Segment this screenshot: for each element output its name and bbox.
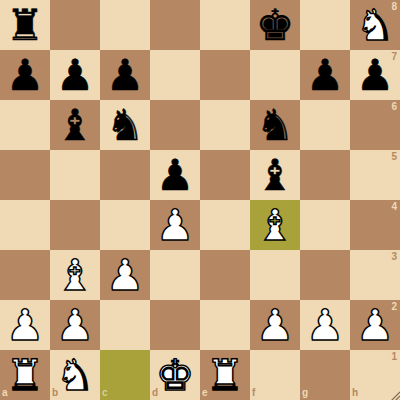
square-h6[interactable]: 6 (350, 100, 400, 150)
square-e6[interactable] (200, 100, 250, 150)
square-f1[interactable]: f (250, 350, 300, 400)
piece-black-pawn[interactable]: ♟ (150, 150, 200, 200)
square-c8[interactable] (100, 0, 150, 50)
square-h4[interactable]: 4 (350, 200, 400, 250)
square-d3[interactable] (150, 250, 200, 300)
piece-white-pawn[interactable]: ♟ (0, 300, 50, 350)
square-f2[interactable]: ♟ (250, 300, 300, 350)
square-c1[interactable]: c (100, 350, 150, 400)
square-h8[interactable]: ♞8 (350, 0, 400, 50)
square-h2[interactable]: ♟2 (350, 300, 400, 350)
rank-label-7: 7 (391, 52, 397, 62)
piece-black-pawn[interactable]: ♟ (300, 50, 350, 100)
rank-label-2: 2 (391, 302, 397, 312)
square-b8[interactable] (50, 0, 100, 50)
piece-black-knight[interactable]: ♞ (250, 100, 300, 150)
file-label-b: b (52, 388, 58, 398)
square-b4[interactable] (50, 200, 100, 250)
square-a4[interactable] (0, 200, 50, 250)
square-a7[interactable]: ♟ (0, 50, 50, 100)
file-label-c: c (102, 388, 108, 398)
square-d4[interactable]: ♟ (150, 200, 200, 250)
square-d7[interactable] (150, 50, 200, 100)
square-f5[interactable]: ♝ (250, 150, 300, 200)
rank-label-8: 8 (391, 2, 397, 12)
square-g8[interactable] (300, 0, 350, 50)
square-e3[interactable] (200, 250, 250, 300)
square-e2[interactable] (200, 300, 250, 350)
square-h3[interactable]: 3 (350, 250, 400, 300)
square-g1[interactable]: g (300, 350, 350, 400)
square-c3[interactable]: ♟ (100, 250, 150, 300)
file-label-g: g (302, 388, 308, 398)
rank-label-1: 1 (391, 352, 397, 362)
square-b5[interactable] (50, 150, 100, 200)
square-g6[interactable] (300, 100, 350, 150)
square-a1[interactable]: ♜a (0, 350, 50, 400)
file-label-d: d (152, 388, 158, 398)
piece-white-pawn[interactable]: ♟ (150, 200, 200, 250)
square-c6[interactable]: ♞ (100, 100, 150, 150)
square-c5[interactable] (100, 150, 150, 200)
file-label-h: h (352, 388, 358, 398)
piece-black-pawn[interactable]: ♟ (0, 50, 50, 100)
square-a8[interactable]: ♜ (0, 0, 50, 50)
piece-black-rook[interactable]: ♜ (0, 0, 50, 50)
square-f8[interactable]: ♚ (250, 0, 300, 50)
square-d6[interactable] (150, 100, 200, 150)
square-f6[interactable]: ♞ (250, 100, 300, 150)
square-e1[interactable]: ♜e (200, 350, 250, 400)
square-a5[interactable] (0, 150, 50, 200)
square-e4[interactable] (200, 200, 250, 250)
piece-black-bishop[interactable]: ♝ (50, 100, 100, 150)
piece-black-knight[interactable]: ♞ (100, 100, 150, 150)
square-d1[interactable]: ♚d (150, 350, 200, 400)
square-d5[interactable]: ♟ (150, 150, 200, 200)
rank-label-4: 4 (391, 202, 397, 212)
file-label-a: a (2, 388, 8, 398)
piece-black-king[interactable]: ♚ (250, 0, 300, 50)
square-g7[interactable]: ♟ (300, 50, 350, 100)
square-b3[interactable]: ♝ (50, 250, 100, 300)
square-b7[interactable]: ♟ (50, 50, 100, 100)
square-d8[interactable] (150, 0, 200, 50)
square-f7[interactable] (250, 50, 300, 100)
rank-label-3: 3 (391, 252, 397, 262)
square-h5[interactable]: 5 (350, 150, 400, 200)
chess-board: ♜♚♞8♟♟♟♟♟7♝♞♞6♟♝5♟♝4♝♟3♟♟♟♟♟2♜a♞bc♚d♜efg… (0, 0, 400, 400)
square-e5[interactable] (200, 150, 250, 200)
piece-white-pawn[interactable]: ♟ (250, 300, 300, 350)
square-b2[interactable]: ♟ (50, 300, 100, 350)
piece-black-pawn[interactable]: ♟ (50, 50, 100, 100)
file-label-e: e (202, 388, 208, 398)
file-label-f: f (252, 388, 255, 398)
rank-label-6: 6 (391, 102, 397, 112)
square-f3[interactable] (250, 250, 300, 300)
square-a3[interactable] (0, 250, 50, 300)
square-c2[interactable] (100, 300, 150, 350)
piece-white-pawn[interactable]: ♟ (300, 300, 350, 350)
square-c7[interactable]: ♟ (100, 50, 150, 100)
rank-label-5: 5 (391, 152, 397, 162)
square-b1[interactable]: ♞b (50, 350, 100, 400)
piece-white-pawn[interactable]: ♟ (100, 250, 150, 300)
board-resize-handle[interactable] (387, 387, 400, 400)
piece-black-bishop[interactable]: ♝ (250, 150, 300, 200)
square-e8[interactable] (200, 0, 250, 50)
square-g4[interactable] (300, 200, 350, 250)
piece-white-bishop[interactable]: ♝ (50, 250, 100, 300)
square-d2[interactable] (150, 300, 200, 350)
piece-white-pawn[interactable]: ♟ (50, 300, 100, 350)
square-e7[interactable] (200, 50, 250, 100)
square-c4[interactable] (100, 200, 150, 250)
piece-white-bishop[interactable]: ♝ (250, 200, 300, 250)
diagonal-grip-icon (387, 389, 400, 400)
square-h7[interactable]: ♟7 (350, 50, 400, 100)
square-b6[interactable]: ♝ (50, 100, 100, 150)
square-f4[interactable]: ♝ (250, 200, 300, 250)
square-g3[interactable] (300, 250, 350, 300)
square-g5[interactable] (300, 150, 350, 200)
square-a6[interactable] (0, 100, 50, 150)
piece-black-pawn[interactable]: ♟ (100, 50, 150, 100)
square-a2[interactable]: ♟ (0, 300, 50, 350)
square-g2[interactable]: ♟ (300, 300, 350, 350)
